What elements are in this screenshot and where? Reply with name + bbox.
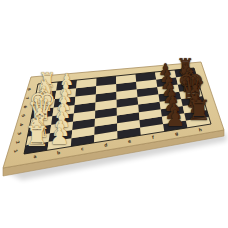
chess-set-photo: 12345678abcdefgh ♜♞♝♛♚♝♞♜♟♟♟♟♟♟♟♟♟♟♟♟♟♟♟… <box>0 0 228 228</box>
chess-board: 12345678abcdefgh <box>0 0 228 228</box>
